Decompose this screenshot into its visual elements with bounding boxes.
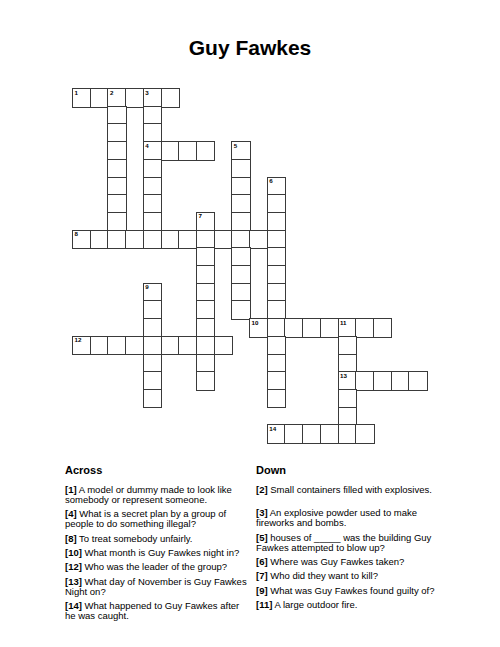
across-clue-list: [1] A model or dummy made to look like s…	[65, 485, 252, 621]
grid-cell-r5c2[interactable]	[107, 177, 127, 197]
clue-down-6: [6] Where was Guy Fawkes taken?	[256, 557, 450, 567]
grid-cell-r8c7[interactable]	[196, 230, 216, 250]
grid-cell-r16c17[interactable]	[373, 371, 393, 391]
grid-cell-r16c4[interactable]	[143, 371, 163, 391]
grid-cell-r0c4[interactable]: 3	[143, 88, 163, 108]
grid-cell-r8c1[interactable]	[90, 230, 110, 250]
clue-across-4: [4] What is a secret plan by a group of …	[65, 509, 252, 529]
cell-number-8: 8	[75, 231, 78, 237]
grid-cell-r15c11[interactable]	[267, 354, 287, 374]
cell-number-10: 10	[252, 320, 259, 326]
clue-number-label: [3]	[256, 507, 268, 518]
grid-cell-r7c4[interactable]	[143, 212, 163, 232]
clue-number-label: [4]	[65, 508, 77, 519]
grid-cell-r10c7[interactable]	[196, 265, 216, 285]
cell-number-7: 7	[198, 213, 201, 219]
grid-cell-r3c4[interactable]: 4	[143, 141, 163, 161]
grid-cell-r1c2[interactable]	[107, 106, 127, 126]
grid-cell-r13c4[interactable]	[143, 318, 163, 338]
grid-cell-r7c2[interactable]	[107, 212, 127, 232]
grid-cell-r6c9[interactable]	[231, 194, 251, 214]
grid-cell-r4c4[interactable]	[143, 159, 163, 179]
grid-cell-r17c11[interactable]	[267, 389, 287, 409]
grid-cell-r8c5[interactable]	[161, 230, 181, 250]
clue-number-label: [8]	[65, 533, 77, 544]
grid-cell-r15c7[interactable]	[196, 354, 216, 374]
grid-cell-r11c7[interactable]	[196, 283, 216, 303]
grid-cell-r9c7[interactable]	[196, 247, 216, 267]
cell-number-12: 12	[75, 337, 82, 343]
grid-cell-r13c13[interactable]	[302, 318, 322, 338]
grid-cell-r0c3[interactable]	[125, 88, 145, 108]
grid-cell-r16c18[interactable]	[391, 371, 411, 391]
grid-cell-r18c15[interactable]	[338, 407, 358, 427]
grid-cell-r4c9[interactable]	[231, 159, 251, 179]
grid-cell-r10c9[interactable]	[231, 265, 251, 285]
grid-cell-r0c0[interactable]: 1	[72, 88, 92, 108]
cell-number-6: 6	[269, 178, 272, 184]
grid-cell-r10c11[interactable]	[267, 265, 287, 285]
grid-cell-r8c2[interactable]	[107, 230, 127, 250]
grid-cell-r14c0[interactable]: 12	[72, 336, 92, 356]
down-clue-list: [2] Small containers filled with explosi…	[256, 485, 450, 610]
grid-cell-r5c4[interactable]	[143, 177, 163, 197]
clue-number-label: [2]	[256, 484, 268, 495]
grid-cell-r12c7[interactable]	[196, 300, 216, 320]
clue-number-label: [9]	[256, 585, 268, 596]
grid-cell-r19c13[interactable]	[302, 424, 322, 444]
grid-cell-r19c14[interactable]	[320, 424, 340, 444]
clue-across-1: [1] A model or dummy made to look like s…	[65, 485, 252, 505]
grid-cell-r7c11[interactable]	[267, 212, 287, 232]
crossword-page: Guy Fawkes 1234567891011121314 Across [1…	[0, 0, 500, 647]
clue-across-8: [8] To treat somebody unfairly.	[65, 534, 252, 544]
grid-cell-r13c14[interactable]	[320, 318, 340, 338]
grid-cell-r3c7[interactable]	[196, 141, 216, 161]
grid-cell-r6c4[interactable]	[143, 194, 163, 214]
grid-cell-r12c11[interactable]	[267, 300, 287, 320]
grid-cell-r8c11[interactable]	[267, 230, 287, 250]
clue-number-label: [6]	[256, 556, 268, 567]
grid-cell-r11c9[interactable]	[231, 283, 251, 303]
grid-cell-r5c11[interactable]: 6	[267, 177, 287, 197]
across-header: Across	[65, 464, 252, 476]
grid-cell-r3c6[interactable]	[178, 141, 198, 161]
grid-cell-r11c11[interactable]	[267, 283, 287, 303]
grid-cell-r16c11[interactable]	[267, 371, 287, 391]
grid-cell-r8c3[interactable]	[125, 230, 145, 250]
clue-number-label: [12]	[65, 561, 82, 572]
grid-cell-r14c2[interactable]	[107, 336, 127, 356]
cell-number-14: 14	[269, 426, 276, 432]
clue-number-label: [7]	[256, 570, 268, 581]
grid-cell-r14c5[interactable]	[161, 336, 181, 356]
grid-cell-r3c9[interactable]: 5	[231, 141, 251, 161]
grid-cell-r13c17[interactable]	[373, 318, 393, 338]
grid-cell-r13c16[interactable]	[355, 318, 375, 338]
grid-cell-r3c2[interactable]	[107, 141, 127, 161]
clue-down-3: [3] An explosive powder used to make fir…	[256, 508, 450, 528]
grid-cell-r16c16[interactable]	[355, 371, 375, 391]
grid-cell-r8c0[interactable]: 8	[72, 230, 92, 250]
grid-cell-r0c5[interactable]	[161, 88, 181, 108]
grid-cell-r3c5[interactable]	[161, 141, 181, 161]
clue-across-14: [14] What happened to Guy Fawkes after h…	[65, 601, 252, 621]
grid-cell-r11c4[interactable]: 9	[143, 283, 163, 303]
cell-number-3: 3	[145, 90, 148, 96]
grid-cell-r8c6[interactable]	[178, 230, 198, 250]
grid-cell-r13c11[interactable]	[267, 318, 287, 338]
grid-cell-r15c4[interactable]	[143, 354, 163, 374]
cell-number-13: 13	[340, 373, 347, 379]
down-clues-column: Down [2] Small containers filled with ex…	[256, 464, 450, 615]
page-title: Guy Fawkes	[0, 36, 500, 60]
grid-cell-r0c2[interactable]: 2	[107, 88, 127, 108]
grid-cell-r14c8[interactable]	[214, 336, 234, 356]
clue-number-label: [13]	[65, 576, 82, 587]
grid-cell-r14c4[interactable]	[143, 336, 163, 356]
grid-cell-r6c2[interactable]	[107, 194, 127, 214]
crossword-grid: 1234567891011121314	[72, 88, 428, 444]
clue-down-2: [2] Small containers filled with explosi…	[256, 485, 450, 495]
grid-cell-r9c11[interactable]	[267, 247, 287, 267]
grid-cell-r8c10[interactable]	[249, 230, 269, 250]
clue-number-label: [14]	[65, 600, 82, 611]
grid-cell-r13c10[interactable]: 10	[249, 318, 269, 338]
clue-number-label: [11]	[256, 599, 272, 610]
grid-cell-r15c15[interactable]	[338, 354, 358, 374]
grid-cell-r8c8[interactable]	[214, 230, 234, 250]
clue-number-label: [10]	[65, 547, 82, 558]
grid-cell-r16c19[interactable]	[408, 371, 428, 391]
grid-cell-r8c4[interactable]	[143, 230, 163, 250]
grid-cell-r14c11[interactable]	[267, 336, 287, 356]
cell-number-2: 2	[110, 90, 113, 96]
grid-cell-r7c9[interactable]	[231, 212, 251, 232]
grid-cell-r2c2[interactable]	[107, 123, 127, 143]
clue-across-12: [12] Who was the leader of the group?	[65, 562, 252, 572]
grid-cell-r1c4[interactable]	[143, 106, 163, 126]
across-clues-column: Across [1] A model or dummy made to look…	[65, 464, 252, 625]
cell-number-5: 5	[234, 143, 237, 149]
grid-cell-r16c15[interactable]: 13	[338, 371, 358, 391]
grid-cell-r17c4[interactable]	[143, 389, 163, 409]
clue-across-10: [10] What month is Guy Fawkes night in?	[65, 548, 252, 558]
grid-cell-r7c7[interactable]: 7	[196, 212, 216, 232]
clue-number-label: [1]	[65, 484, 77, 495]
grid-cell-r5c9[interactable]	[231, 177, 251, 197]
grid-cell-r14c7[interactable]	[196, 336, 216, 356]
grid-cell-r14c15[interactable]	[338, 336, 358, 356]
clue-number-label: [5]	[256, 532, 268, 543]
grid-cell-r14c6[interactable]	[178, 336, 198, 356]
clue-across-13: [13] What day of November is Guy Fawkes …	[65, 577, 252, 597]
grid-cell-r9c9[interactable]	[231, 247, 251, 267]
grid-cell-r12c4[interactable]	[143, 300, 163, 320]
clue-down-7: [7] Who did they want to kill?	[256, 571, 450, 581]
grid-cell-r19c15[interactable]	[338, 424, 358, 444]
grid-cell-r19c11[interactable]: 14	[267, 424, 287, 444]
grid-cell-r2c4[interactable]	[143, 123, 163, 143]
cell-number-9: 9	[145, 284, 148, 290]
grid-cell-r13c15[interactable]: 11	[338, 318, 358, 338]
grid-cell-r6c11[interactable]	[267, 194, 287, 214]
grid-cell-r14c1[interactable]	[90, 336, 110, 356]
cell-number-11: 11	[340, 320, 347, 326]
grid-cell-r13c7[interactable]	[196, 318, 216, 338]
grid-cell-r17c15[interactable]	[338, 389, 358, 409]
grid-cell-r0c1[interactable]	[90, 88, 110, 108]
grid-cell-r19c16[interactable]	[355, 424, 375, 444]
clue-down-5: [5] houses of _____ was the building Guy…	[256, 533, 450, 553]
grid-cell-r16c7[interactable]	[196, 371, 216, 391]
grid-cell-r14c3[interactable]	[125, 336, 145, 356]
clue-down-9: [9] What was Guy Fawkes found guilty of?	[256, 586, 450, 596]
clue-down-11: [11] A large outdoor fire.	[256, 600, 450, 610]
cell-number-1: 1	[75, 90, 78, 96]
grid-cell-r8c9[interactable]	[231, 230, 251, 250]
grid-cell-r4c2[interactable]	[107, 159, 127, 179]
grid-cell-r12c9[interactable]	[231, 300, 251, 320]
down-header: Down	[256, 464, 450, 476]
grid-cell-r19c12[interactable]	[284, 424, 304, 444]
cell-number-4: 4	[145, 143, 148, 149]
grid-cell-r13c12[interactable]	[284, 318, 304, 338]
